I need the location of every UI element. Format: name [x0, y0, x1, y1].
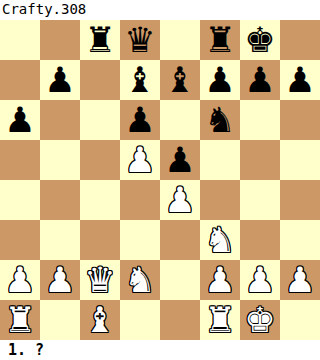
square-c5[interactable]: [80, 140, 120, 180]
square-b5[interactable]: [40, 140, 80, 180]
piece-black-pawn[interactable]: ♟: [244, 60, 275, 100]
square-g3[interactable]: [240, 220, 280, 260]
square-g4[interactable]: [240, 180, 280, 220]
piece-black-bishop[interactable]: ♝: [164, 60, 195, 100]
square-d6[interactable]: ♟: [120, 100, 160, 140]
square-f5[interactable]: [200, 140, 240, 180]
piece-black-pawn[interactable]: ♟: [164, 140, 195, 180]
piece-black-rook[interactable]: ♜: [84, 20, 115, 60]
chess-app-window: Crafty.308 ♜♛♜♚♟♝♝♟♟♟♟♟♞♟♟♟♞♟♟♛♞♟♟♟♜♝♜♚ …: [0, 0, 320, 360]
piece-white-bishop[interactable]: ♝: [84, 300, 115, 340]
square-g1[interactable]: ♚: [240, 300, 280, 340]
square-a3[interactable]: [0, 220, 40, 260]
square-g2[interactable]: ♟: [240, 260, 280, 300]
square-b3[interactable]: [40, 220, 80, 260]
square-h4[interactable]: [280, 180, 320, 220]
square-h3[interactable]: [280, 220, 320, 260]
square-g7[interactable]: ♟: [240, 60, 280, 100]
square-b2[interactable]: ♟: [40, 260, 80, 300]
piece-black-pawn[interactable]: ♟: [44, 60, 75, 100]
piece-white-knight[interactable]: ♞: [204, 220, 235, 260]
piece-white-knight[interactable]: ♞: [124, 260, 155, 300]
piece-black-queen[interactable]: ♛: [124, 20, 155, 60]
square-f4[interactable]: [200, 180, 240, 220]
piece-white-pawn[interactable]: ♟: [4, 260, 35, 300]
square-e1[interactable]: [160, 300, 200, 340]
square-f2[interactable]: ♟: [200, 260, 240, 300]
piece-black-knight[interactable]: ♞: [204, 100, 235, 140]
piece-white-pawn[interactable]: ♟: [284, 260, 315, 300]
square-b4[interactable]: [40, 180, 80, 220]
piece-white-rook[interactable]: ♜: [204, 300, 235, 340]
chess-board: ♜♛♜♚♟♝♝♟♟♟♟♟♞♟♟♟♞♟♟♛♞♟♟♟♜♝♜♚: [0, 20, 320, 340]
square-d1[interactable]: [120, 300, 160, 340]
move-prompt: 1. ?: [0, 340, 320, 360]
square-h8[interactable]: [280, 20, 320, 60]
square-e2[interactable]: [160, 260, 200, 300]
piece-white-pawn[interactable]: ♟: [164, 180, 195, 220]
window-title: Crafty.308: [0, 0, 320, 20]
piece-white-king[interactable]: ♚: [244, 300, 275, 340]
square-h7[interactable]: ♟: [280, 60, 320, 100]
piece-black-pawn[interactable]: ♟: [204, 60, 235, 100]
square-b8[interactable]: [40, 20, 80, 60]
square-e6[interactable]: [160, 100, 200, 140]
square-h6[interactable]: [280, 100, 320, 140]
square-d2[interactable]: ♞: [120, 260, 160, 300]
square-h2[interactable]: ♟: [280, 260, 320, 300]
piece-black-pawn[interactable]: ♟: [284, 60, 315, 100]
square-a8[interactable]: [0, 20, 40, 60]
square-c2[interactable]: ♛: [80, 260, 120, 300]
square-a6[interactable]: ♟: [0, 100, 40, 140]
square-f8[interactable]: ♜: [200, 20, 240, 60]
piece-black-pawn[interactable]: ♟: [4, 100, 35, 140]
piece-black-rook[interactable]: ♜: [204, 20, 235, 60]
piece-white-pawn[interactable]: ♟: [204, 260, 235, 300]
square-c1[interactable]: ♝: [80, 300, 120, 340]
square-g5[interactable]: [240, 140, 280, 180]
square-f7[interactable]: ♟: [200, 60, 240, 100]
square-h5[interactable]: [280, 140, 320, 180]
square-c8[interactable]: ♜: [80, 20, 120, 60]
square-e7[interactable]: ♝: [160, 60, 200, 100]
square-g6[interactable]: [240, 100, 280, 140]
square-e8[interactable]: [160, 20, 200, 60]
piece-black-king[interactable]: ♚: [244, 20, 275, 60]
square-h1[interactable]: [280, 300, 320, 340]
square-d5[interactable]: ♟: [120, 140, 160, 180]
square-e4[interactable]: ♟: [160, 180, 200, 220]
square-c3[interactable]: [80, 220, 120, 260]
piece-white-queen[interactable]: ♛: [84, 260, 115, 300]
square-c4[interactable]: [80, 180, 120, 220]
square-c7[interactable]: [80, 60, 120, 100]
piece-white-pawn[interactable]: ♟: [44, 260, 75, 300]
piece-white-pawn[interactable]: ♟: [124, 140, 155, 180]
square-f3[interactable]: ♞: [200, 220, 240, 260]
square-d4[interactable]: [120, 180, 160, 220]
square-d3[interactable]: [120, 220, 160, 260]
square-e5[interactable]: ♟: [160, 140, 200, 180]
square-d8[interactable]: ♛: [120, 20, 160, 60]
square-a7[interactable]: [0, 60, 40, 100]
square-a1[interactable]: ♜: [0, 300, 40, 340]
square-d7[interactable]: ♝: [120, 60, 160, 100]
square-a4[interactable]: [0, 180, 40, 220]
square-f6[interactable]: ♞: [200, 100, 240, 140]
piece-black-bishop[interactable]: ♝: [124, 60, 155, 100]
piece-black-pawn[interactable]: ♟: [124, 100, 155, 140]
square-f1[interactable]: ♜: [200, 300, 240, 340]
piece-white-rook[interactable]: ♜: [4, 300, 35, 340]
square-e3[interactable]: [160, 220, 200, 260]
square-a5[interactable]: [0, 140, 40, 180]
square-g8[interactable]: ♚: [240, 20, 280, 60]
square-c6[interactable]: [80, 100, 120, 140]
square-b7[interactable]: ♟: [40, 60, 80, 100]
square-b1[interactable]: [40, 300, 80, 340]
square-a2[interactable]: ♟: [0, 260, 40, 300]
square-b6[interactable]: [40, 100, 80, 140]
piece-white-pawn[interactable]: ♟: [244, 260, 275, 300]
